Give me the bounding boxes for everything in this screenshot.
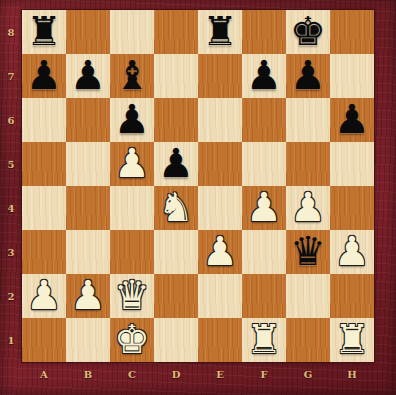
square-g2[interactable] [286,274,330,318]
square-d5[interactable]: ♟ [154,142,198,186]
square-a8[interactable]: ♜ [22,10,66,54]
square-c8[interactable] [110,10,154,54]
square-c2[interactable]: ♛ [110,274,154,318]
square-f5[interactable] [242,142,286,186]
square-a2[interactable]: ♟ [22,274,66,318]
black-bishop-c7[interactable]: ♝ [110,54,154,98]
rank-label-6: 6 [0,98,22,142]
file-label-e: E [198,362,242,395]
white-pawn-f4[interactable]: ♟ [242,186,286,230]
square-a6[interactable] [22,98,66,142]
black-pawn-g7[interactable]: ♟ [286,54,330,98]
black-pawn-d5[interactable]: ♟ [154,142,198,186]
rank-label-4: 4 [0,186,22,230]
square-g1[interactable] [286,318,330,362]
square-g5[interactable] [286,142,330,186]
white-pawn-c5[interactable]: ♟ [110,142,154,186]
white-pawn-g4[interactable]: ♟ [286,186,330,230]
white-king-c1[interactable]: ♚ [110,318,154,362]
square-c4[interactable] [110,186,154,230]
square-f2[interactable] [242,274,286,318]
square-c1[interactable]: ♚ [110,318,154,362]
white-pawn-b2[interactable]: ♟ [66,274,110,318]
square-d8[interactable] [154,10,198,54]
square-f1[interactable]: ♜ [242,318,286,362]
square-e8[interactable]: ♜ [198,10,242,54]
file-label-b: B [66,362,110,395]
black-king-g8[interactable]: ♚ [286,10,330,54]
chess-board: ♜♜♚♟♟♝♟♟♟♟♟♟♞♟♟♟♛♟♟♟♛♚♜♜ [22,10,374,362]
rank-label-7: 7 [0,54,22,98]
square-d3[interactable] [154,230,198,274]
square-d7[interactable] [154,54,198,98]
file-labels: ABCDEFGH [22,362,374,395]
square-h3[interactable]: ♟ [330,230,374,274]
square-b5[interactable] [66,142,110,186]
white-rook-h1[interactable]: ♜ [330,318,374,362]
square-f8[interactable] [242,10,286,54]
square-e7[interactable] [198,54,242,98]
square-a5[interactable] [22,142,66,186]
white-pawn-e3[interactable]: ♟ [198,230,242,274]
black-rook-e8[interactable]: ♜ [198,10,242,54]
square-d2[interactable] [154,274,198,318]
file-label-d: D [154,362,198,395]
square-b2[interactable]: ♟ [66,274,110,318]
square-f6[interactable] [242,98,286,142]
square-f4[interactable]: ♟ [242,186,286,230]
square-h7[interactable] [330,54,374,98]
square-b3[interactable] [66,230,110,274]
square-c6[interactable]: ♟ [110,98,154,142]
rank-label-2: 2 [0,274,22,318]
square-b1[interactable] [66,318,110,362]
black-queen-g3[interactable]: ♛ [286,230,330,274]
square-h1[interactable]: ♜ [330,318,374,362]
square-g3[interactable]: ♛ [286,230,330,274]
file-label-g: G [286,362,330,395]
square-e1[interactable] [198,318,242,362]
square-g8[interactable]: ♚ [286,10,330,54]
square-b4[interactable] [66,186,110,230]
black-pawn-c6[interactable]: ♟ [110,98,154,142]
square-d1[interactable] [154,318,198,362]
square-d4[interactable]: ♞ [154,186,198,230]
square-c7[interactable]: ♝ [110,54,154,98]
white-queen-c2[interactable]: ♛ [110,274,154,318]
file-label-h: H [330,362,374,395]
white-knight-d4[interactable]: ♞ [154,186,198,230]
black-pawn-f7[interactable]: ♟ [242,54,286,98]
file-label-f: F [242,362,286,395]
file-label-c: C [110,362,154,395]
rank-labels: 87654321 [0,10,22,362]
square-g7[interactable]: ♟ [286,54,330,98]
square-h8[interactable] [330,10,374,54]
square-h5[interactable] [330,142,374,186]
square-c5[interactable]: ♟ [110,142,154,186]
white-rook-f1[interactable]: ♜ [242,318,286,362]
square-f3[interactable] [242,230,286,274]
white-pawn-a2[interactable]: ♟ [22,274,66,318]
square-e6[interactable] [198,98,242,142]
square-b8[interactable] [66,10,110,54]
square-h2[interactable] [330,274,374,318]
rank-label-8: 8 [0,10,22,54]
square-e3[interactable]: ♟ [198,230,242,274]
black-rook-a8[interactable]: ♜ [22,10,66,54]
square-d6[interactable] [154,98,198,142]
square-e5[interactable] [198,142,242,186]
rank-label-3: 3 [0,230,22,274]
rank-label-5: 5 [0,142,22,186]
square-c3[interactable] [110,230,154,274]
black-pawn-a7[interactable]: ♟ [22,54,66,98]
file-label-a: A [22,362,66,395]
square-a1[interactable] [22,318,66,362]
square-h6[interactable]: ♟ [330,98,374,142]
rank-label-1: 1 [0,318,22,362]
square-f7[interactable]: ♟ [242,54,286,98]
square-b6[interactable] [66,98,110,142]
square-g6[interactable] [286,98,330,142]
square-a7[interactable]: ♟ [22,54,66,98]
chess-board-frame: 87654321 ♜♜♚♟♟♝♟♟♟♟♟♟♞♟♟♟♛♟♟♟♛♚♜♜ ABCDEF… [0,0,396,395]
square-b7[interactable]: ♟ [66,54,110,98]
black-pawn-b7[interactable]: ♟ [66,54,110,98]
white-pawn-h3[interactable]: ♟ [330,230,374,274]
square-h4[interactable] [330,186,374,230]
square-a3[interactable] [22,230,66,274]
black-pawn-h6[interactable]: ♟ [330,98,374,142]
square-g4[interactable]: ♟ [286,186,330,230]
square-a4[interactable] [22,186,66,230]
square-e2[interactable] [198,274,242,318]
square-e4[interactable] [198,186,242,230]
